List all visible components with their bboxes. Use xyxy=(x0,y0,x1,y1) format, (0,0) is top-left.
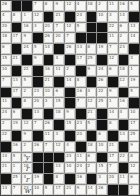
cell-r3c11[interactable]: 22 xyxy=(108,23,118,33)
cell-r11c13[interactable]: 10 xyxy=(129,109,139,119)
black-cell-r7c2 xyxy=(12,66,22,76)
cell-code-number: 18 xyxy=(120,66,125,71)
cell-code-number: 26 xyxy=(66,44,71,49)
codeword-puzzle: 2678912418211165481122124103142016320712… xyxy=(0,0,140,196)
black-cell-r15c6 xyxy=(54,153,64,163)
cell-r12c11[interactable]: 8 xyxy=(108,120,118,130)
black-cell-r3c2 xyxy=(12,23,22,33)
cell-r16c2[interactable]: 1 xyxy=(12,163,22,173)
cell-code-number: 9 xyxy=(77,185,80,190)
cell-r10c11[interactable]: 1 xyxy=(108,98,118,108)
cell-r8c1[interactable]: 7 xyxy=(1,77,11,87)
cell-r16c1[interactable]: 21 xyxy=(1,163,11,173)
black-cell-r8c11 xyxy=(108,77,118,87)
cell-r12c7[interactable]: 15 xyxy=(65,120,75,130)
cell-r3c1[interactable]: 20 xyxy=(1,23,11,33)
cell-code-number: 7 xyxy=(109,163,112,168)
cell-code-number: 18 xyxy=(55,109,60,114)
cell-r2c6[interactable]: 21 xyxy=(54,12,64,22)
cell-r13c8[interactable]: 20 xyxy=(76,131,86,141)
cell-r16c13[interactable]: 12 xyxy=(129,163,139,173)
cell-r11c11[interactable]: 14 xyxy=(108,109,118,119)
cell-r9c5[interactable]: 10 xyxy=(44,88,54,98)
cell-r3c7[interactable]: 12 xyxy=(65,23,75,33)
cell-code-number: 16 xyxy=(13,142,18,147)
cell-r18c6[interactable]: 17 xyxy=(54,185,64,195)
cell-r14c2[interactable]: 16 xyxy=(12,142,22,152)
cell-r7c7[interactable]: 2 xyxy=(65,66,75,76)
cell-r6c13[interactable]: 3 xyxy=(129,55,139,65)
cell-code-number: 10 xyxy=(130,109,135,114)
cell-r12c8[interactable]: 23 xyxy=(76,120,86,130)
black-cell-r2c5 xyxy=(44,12,54,22)
black-cell-r15c10 xyxy=(97,153,107,163)
cell-r1c7[interactable]: 12 xyxy=(65,1,75,11)
cell-r11c2[interactable]: 6 xyxy=(12,109,22,119)
cell-code-number: 9 xyxy=(23,33,26,38)
cell-r5c11[interactable]: 7 xyxy=(108,44,118,54)
cell-r15c13[interactable]: 8 xyxy=(129,153,139,163)
cell-r1c6[interactable]: 9 xyxy=(54,1,64,11)
cell-r14c7[interactable]: 4 xyxy=(65,142,75,152)
black-cell-r2c13 xyxy=(129,12,139,22)
cell-r9c2[interactable]: 17 xyxy=(12,88,22,98)
cell-code-number: 10 xyxy=(2,66,7,71)
cell-r18c2[interactable]: 7 xyxy=(12,185,22,195)
black-cell-r5c6 xyxy=(54,44,64,54)
cell-r17c10[interactable]: 3 xyxy=(97,174,107,184)
cell-r3c13[interactable]: 13 xyxy=(129,23,139,33)
cell-r17c4[interactable]: 19 xyxy=(33,174,43,184)
cell-entry-letter: w xyxy=(22,187,32,195)
cell-r1c4[interactable]: 7 xyxy=(33,1,43,11)
cell-r11c9[interactable]: 21 xyxy=(87,109,97,119)
cell-code-number: 13 xyxy=(55,163,60,168)
cell-r4c3[interactable]: 9 xyxy=(22,33,32,43)
cell-code-number: 12 xyxy=(66,1,71,6)
cell-r1c5[interactable]: 8 xyxy=(44,1,54,11)
cell-r4c11[interactable]: 11 xyxy=(108,33,118,43)
cell-r5c5[interactable]: 14 xyxy=(44,44,54,54)
cell-r9c3[interactable]: 2 xyxy=(22,88,32,98)
cell-code-number: 20 xyxy=(34,98,39,103)
cell-code-number: 1 xyxy=(13,163,16,168)
cell-r18c3[interactable]: 23w xyxy=(22,185,32,195)
cell-code-number: 7 xyxy=(66,33,69,38)
cell-r10c12[interactable]: 16 xyxy=(119,98,129,108)
cell-code-number: 3 xyxy=(98,174,101,179)
cell-r2c10[interactable]: 10 xyxy=(97,12,107,22)
cell-r3c6[interactable]: 7 xyxy=(54,23,64,33)
cell-r17c13[interactable]: 6 xyxy=(129,174,139,184)
cell-r18c5[interactable]: 5 xyxy=(44,185,54,195)
cell-r2c1[interactable]: 4 xyxy=(1,12,11,22)
black-cell-r9c1 xyxy=(1,88,11,98)
cell-code-number: 26 xyxy=(45,120,50,125)
cell-r6c6[interactable]: 4 xyxy=(54,55,64,65)
cell-r1c8[interactable]: 4 xyxy=(76,1,86,11)
cell-r2c12[interactable]: 14 xyxy=(119,12,129,22)
cell-r9c6[interactable]: 6 xyxy=(54,88,64,98)
cell-r9c8[interactable]: 16 xyxy=(76,88,86,98)
cell-code-number: 18 xyxy=(2,33,7,38)
cell-code-number: 8 xyxy=(45,1,48,6)
cell-code-number: 11 xyxy=(55,66,60,71)
black-cell-r7c4 xyxy=(33,66,43,76)
cell-r11c7[interactable]: 9 xyxy=(65,109,75,119)
cell-code-number: 3 xyxy=(34,23,37,28)
cell-r10c1[interactable]: 11 xyxy=(1,98,11,108)
cell-code-number: 20 xyxy=(45,23,50,28)
cell-code-number: 17 xyxy=(109,153,114,158)
cell-r3c5[interactable]: 20 xyxy=(44,23,54,33)
cell-code-number: 6 xyxy=(109,66,112,71)
cell-r6c8[interactable]: 17 xyxy=(76,55,86,65)
cell-code-number: 3 xyxy=(130,55,133,60)
cell-r13c12[interactable]: 13 xyxy=(119,131,129,141)
cell-r11c4[interactable]: 13 xyxy=(33,109,43,119)
cell-code-number: 21 xyxy=(88,109,93,114)
cell-r9c13[interactable]: 5 xyxy=(129,88,139,98)
cell-r17c2[interactable]: 25 xyxy=(12,174,22,184)
cell-r10c6[interactable]: 15 xyxy=(54,98,64,108)
black-cell-r11c5 xyxy=(44,109,54,119)
cell-r7c11[interactable]: 6 xyxy=(108,66,118,76)
black-cell-r13c2 xyxy=(12,131,22,141)
cell-r18c9[interactable]: 14 xyxy=(87,185,97,195)
cell-code-number: 19 xyxy=(34,174,39,179)
cell-r5c4[interactable]: 5 xyxy=(33,44,43,54)
cell-r16c9[interactable]: 2 xyxy=(87,163,97,173)
cell-r4c1[interactable]: 18 xyxy=(1,33,11,43)
cell-code-number: 9 xyxy=(34,55,37,60)
black-cell-r16c4 xyxy=(33,163,43,173)
cell-code-number: 16 xyxy=(45,66,50,71)
cell-r11c12[interactable]: 4 xyxy=(119,109,129,119)
cell-r18c10[interactable]: 26 xyxy=(97,185,107,195)
cell-code-number: 8 xyxy=(13,12,16,17)
cell-r17c3[interactable]: 4r xyxy=(22,174,32,184)
cell-code-number: 10 xyxy=(98,142,103,147)
cell-code-number: 5 xyxy=(13,153,16,158)
cell-r11c6[interactable]: 18 xyxy=(54,109,64,119)
black-cell-r4c4 xyxy=(33,33,43,43)
cell-r13c10[interactable]: 6 xyxy=(97,131,107,141)
cell-r4c12[interactable]: 2 xyxy=(119,33,129,43)
cell-r13c3[interactable]: 9 xyxy=(22,131,32,141)
cell-code-number: 14 xyxy=(130,33,135,38)
cell-code-number: 4 xyxy=(66,142,69,147)
cell-r7c10[interactable]: 24 xyxy=(97,66,107,76)
cell-r17c12[interactable]: 11 xyxy=(119,174,129,184)
black-cell-r4c10 xyxy=(97,33,107,43)
cell-code-number: 10 xyxy=(34,185,39,190)
cell-code-number: 22 xyxy=(2,131,7,136)
cell-r4c6[interactable]: 20 xyxy=(54,33,64,43)
cell-r1c11[interactable]: 11 xyxy=(108,1,118,11)
cell-r16c6[interactable]: 13 xyxy=(54,163,64,173)
cell-r5c8[interactable]: 13 xyxy=(76,44,86,54)
cell-r9c4[interactable]: 23 xyxy=(33,88,43,98)
cell-code-number: 19 xyxy=(13,120,18,125)
cell-code-number: 8 xyxy=(55,174,58,179)
cell-r11c1[interactable]: 24 xyxy=(1,109,11,119)
black-cell-r4c8 xyxy=(76,33,86,43)
cell-code-number: 8 xyxy=(130,153,133,158)
cell-r3c4[interactable]: 3 xyxy=(33,23,43,33)
cell-r14c6[interactable]: 12 xyxy=(54,142,64,152)
cell-code-number: 1 xyxy=(109,98,112,103)
cell-r6c11[interactable]: 12 xyxy=(108,55,118,65)
cell-code-number: 11 xyxy=(77,153,82,158)
cell-r10c5[interactable]: 3 xyxy=(44,98,54,108)
cell-code-number: 5 xyxy=(77,23,80,28)
cell-r12c4[interactable]: 7 xyxy=(33,120,43,130)
cell-code-number: 17 xyxy=(13,33,18,38)
cell-r6c4[interactable]: 9 xyxy=(33,55,43,65)
cell-r12c5[interactable]: 26 xyxy=(44,120,54,130)
cell-r2c8[interactable]: 24 xyxy=(76,12,86,22)
cell-r9c11[interactable]: 9 xyxy=(108,88,118,98)
cell-r15c9[interactable]: 6 xyxy=(87,153,97,163)
cell-code-number: 5 xyxy=(23,77,26,82)
cell-code-number: 3 xyxy=(45,98,48,103)
cell-r17c6[interactable]: 8 xyxy=(54,174,64,184)
cell-r18c7[interactable]: 21 xyxy=(65,185,75,195)
cell-r12c13[interactable]: 17 xyxy=(129,120,139,130)
cell-code-number: 2 xyxy=(98,1,101,6)
cell-r5c3[interactable]: 24 xyxy=(22,44,32,54)
cell-r4c5[interactable]: 26 xyxy=(44,33,54,43)
black-cell-r5c2 xyxy=(12,44,22,54)
cell-r10c10[interactable]: 25 xyxy=(97,98,107,108)
cell-r14c9[interactable]: 18 xyxy=(87,142,97,152)
cell-r5c1[interactable]: 6 xyxy=(1,44,11,54)
cell-r2c2[interactable]: 8 xyxy=(12,12,22,22)
cell-code-number: 21 xyxy=(66,185,71,190)
cell-r3c8[interactable]: 5 xyxy=(76,23,86,33)
cell-r12c1[interactable]: 2 xyxy=(1,120,11,130)
cell-code-number: 12 xyxy=(34,12,39,17)
cell-r16c8[interactable]: 24 xyxy=(76,163,86,173)
cell-r6c9[interactable]: 25 xyxy=(87,55,97,65)
black-cell-r14c1 xyxy=(1,142,11,152)
cell-entry-letter: r xyxy=(22,165,32,173)
cell-r6c2[interactable]: 21 xyxy=(12,55,22,65)
cell-r15c8[interactable]: 11 xyxy=(76,153,86,163)
cell-code-number: 14 xyxy=(88,185,93,190)
cell-r10c8[interactable]: 7 xyxy=(76,98,86,108)
cell-r2c3[interactable]: 1 xyxy=(22,12,32,22)
cell-r1c1[interactable]: 26 xyxy=(1,1,11,11)
cell-r10c3[interactable]: 8 xyxy=(22,98,32,108)
cell-r15c11[interactable]: 17 xyxy=(108,153,118,163)
cell-code-number: 5 xyxy=(34,44,37,49)
cell-code-number: 24 xyxy=(98,66,103,71)
cell-r8c10[interactable]: 26 xyxy=(97,77,107,87)
cell-code-number: 8 xyxy=(88,44,91,49)
cell-r14c5[interactable]: 7 xyxy=(44,142,54,152)
cell-r18c13[interactable]: 2 xyxy=(129,185,139,195)
cell-code-number: 2 xyxy=(88,163,91,168)
cell-code-number: 26 xyxy=(2,1,7,6)
black-cell-r6c12 xyxy=(119,55,129,65)
cell-r14c3[interactable]: 2 xyxy=(22,142,32,152)
cell-r15c7[interactable]: 23 xyxy=(65,153,75,163)
black-cell-r14c8 xyxy=(76,142,86,152)
cell-r7c13[interactable]: 1 xyxy=(129,66,139,76)
cell-code-number: 13 xyxy=(77,44,82,49)
cell-r15c1[interactable]: 14 xyxy=(1,153,11,163)
cell-r5c7[interactable]: 26 xyxy=(65,44,75,54)
cell-r5c9[interactable]: 8 xyxy=(87,44,97,54)
cell-r2c11[interactable]: 3 xyxy=(108,12,118,22)
cell-r7c12[interactable]: 18 xyxy=(119,66,129,76)
cell-r9c9[interactable]: 4 xyxy=(87,88,97,98)
cell-code-number: 24 xyxy=(77,163,82,168)
cell-code-number: 25 xyxy=(88,55,93,60)
cell-r17c8[interactable]: 16 xyxy=(76,174,86,184)
cell-code-number: 4 xyxy=(88,88,91,93)
cell-r8c5[interactable]: 21 xyxy=(44,77,54,87)
cell-r5c10[interactable]: 19 xyxy=(97,44,107,54)
cell-r17c11[interactable]: 20 xyxy=(108,174,118,184)
black-cell-r16c12 xyxy=(119,163,129,173)
cell-code-number: 23 xyxy=(66,153,71,158)
cell-r14c13[interactable]: 9 xyxy=(129,142,139,152)
cell-r3c3[interactable]: 16 xyxy=(22,23,32,33)
cell-r14c4[interactable]: 26 xyxy=(33,142,43,152)
cell-code-number: 26 xyxy=(45,33,50,38)
cell-r15c3[interactable]: 9y xyxy=(22,153,32,163)
cell-r1c10[interactable]: 2 xyxy=(97,1,107,11)
cell-r8c2[interactable]: 13 xyxy=(12,77,22,87)
black-cell-r3c9 xyxy=(87,23,97,33)
cell-r16c11[interactable]: 7 xyxy=(108,163,118,173)
cell-r13c5[interactable]: 11 xyxy=(44,131,54,141)
cell-entry-letter: r xyxy=(22,176,32,184)
cell-r8c8[interactable]: 8 xyxy=(76,77,86,87)
cell-code-number: 15 xyxy=(98,163,103,168)
cell-code-number: 16 xyxy=(120,98,125,103)
cell-r13c1[interactable]: 22 xyxy=(1,131,11,141)
cell-code-number: 19 xyxy=(130,77,135,82)
cell-r3c12[interactable]: 6 xyxy=(119,23,129,33)
cell-entry-letter: y xyxy=(22,155,32,163)
cell-r10c4[interactable]: 20 xyxy=(33,98,43,108)
cell-code-number: 12 xyxy=(88,98,93,103)
cell-r7c1[interactable]: 10 xyxy=(1,66,11,76)
cell-code-number: 24 xyxy=(2,109,7,114)
cell-r8c7[interactable]: 14 xyxy=(65,77,75,87)
cell-r8c12[interactable]: 12 xyxy=(119,77,129,87)
cell-code-number: 25 xyxy=(13,174,18,179)
cell-code-number: 2 xyxy=(23,88,26,93)
black-cell-r14c12 xyxy=(119,142,129,152)
cell-r1c9[interactable]: 18 xyxy=(87,1,97,11)
cell-r7c9[interactable]: 9 xyxy=(87,66,97,76)
cell-code-number: 11 xyxy=(45,131,50,136)
cell-r4c13[interactable]: 14 xyxy=(129,33,139,43)
cell-code-number: 15 xyxy=(55,98,60,103)
cell-code-number: 6 xyxy=(120,23,123,28)
cell-r7c3[interactable]: 22 xyxy=(22,66,32,76)
cell-code-number: 7 xyxy=(34,1,37,6)
cell-code-number: 6 xyxy=(98,131,101,136)
cell-r2c4[interactable]: 12 xyxy=(33,12,43,22)
cell-r9c10[interactable]: 22 xyxy=(97,88,107,98)
cell-code-number: 17 xyxy=(130,120,135,125)
cell-r4c2[interactable]: 17 xyxy=(12,33,22,43)
cell-r6c1[interactable]: 15 xyxy=(1,55,11,65)
cell-r1c12[interactable]: 16 xyxy=(119,1,129,11)
cell-code-number: 7 xyxy=(13,185,16,190)
cell-r1c13[interactable]: 5 xyxy=(129,1,139,11)
cell-r16c3[interactable]: 18r xyxy=(22,163,32,173)
cell-code-number: 24 xyxy=(77,12,82,17)
cell-code-number: 12 xyxy=(109,55,114,60)
black-cell-r13c7 xyxy=(65,131,75,141)
cell-r8c3[interactable]: 5 xyxy=(22,77,32,87)
cell-code-number: 18 xyxy=(88,1,93,6)
cell-r15c12[interactable]: 22 xyxy=(119,153,129,163)
cell-code-number: 15 xyxy=(2,55,7,60)
cell-code-number: 2 xyxy=(23,142,26,147)
cell-r16c7[interactable]: 10 xyxy=(65,163,75,173)
cell-r13c13[interactable]: 25 xyxy=(129,131,139,141)
black-cell-r8c9 xyxy=(87,77,97,87)
cell-code-number: 2 xyxy=(130,185,133,190)
cell-r12c2[interactable]: 19 xyxy=(12,120,22,130)
cell-r5c12[interactable]: 23 xyxy=(119,44,129,54)
cell-r7c5[interactable]: 16 xyxy=(44,66,54,76)
cell-r4c7[interactable]: 7 xyxy=(65,33,75,43)
cell-code-number: 9 xyxy=(23,131,26,136)
cell-r18c1[interactable]: 13 xyxy=(1,185,11,195)
black-cell-r7c8 xyxy=(76,66,86,76)
cell-code-number: 14 xyxy=(66,77,71,82)
cell-code-number: 7 xyxy=(55,23,58,28)
cell-code-number: 4 xyxy=(2,12,5,17)
cell-code-number: 21 xyxy=(2,163,7,168)
cell-r16c10[interactable]: 15 xyxy=(97,163,107,173)
cell-r14c10[interactable]: 10 xyxy=(97,142,107,152)
cell-r18c8[interactable]: 9 xyxy=(76,185,86,195)
cell-code-number: 26 xyxy=(98,77,103,82)
cell-r15c2[interactable]: 5 xyxy=(12,153,22,163)
cell-code-number: 10 xyxy=(98,12,103,17)
cell-code-number: 11 xyxy=(120,174,125,179)
cell-r14c11[interactable]: 21 xyxy=(108,142,118,152)
cell-code-number: 23 xyxy=(77,120,82,125)
cell-code-number: 22 xyxy=(109,23,114,28)
black-cell-r6c10 xyxy=(97,55,107,65)
cell-r13c6[interactable]: 3 xyxy=(54,131,64,141)
cell-r18c4[interactable]: 10 xyxy=(33,185,43,195)
cell-code-number: 7 xyxy=(45,142,48,147)
black-cell-r3c10 xyxy=(97,23,107,33)
cell-r7c6[interactable]: 11 xyxy=(54,66,64,76)
cell-code-number: 9 xyxy=(88,66,91,71)
cell-r10c9[interactable]: 12 xyxy=(87,98,97,108)
black-cell-r4c9 xyxy=(87,33,97,43)
cell-r8c13[interactable]: 19 xyxy=(129,77,139,87)
cell-code-number: 22 xyxy=(23,66,28,71)
cell-r12c3[interactable]: 12 xyxy=(22,120,32,130)
cell-code-number: 21 xyxy=(109,142,114,147)
cell-r12c9[interactable]: 5 xyxy=(87,120,97,130)
black-cell-r8c6 xyxy=(54,77,64,87)
